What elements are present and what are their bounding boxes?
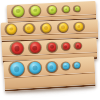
red-cylinder-knob-2 bbox=[29, 42, 40, 53]
yellow-cylinder-socket-4 bbox=[57, 21, 69, 32]
yellow-cylinder-knob-1 bbox=[6, 24, 16, 34]
green-cylinder-socket-2 bbox=[28, 4, 42, 17]
blue-cylinder-knob-2 bbox=[28, 62, 41, 75]
yellow-cylinder-socket-5 bbox=[73, 21, 85, 32]
blue-cylinder-socket-1 bbox=[8, 60, 26, 77]
yellow-cylinder-socket-3 bbox=[40, 22, 52, 33]
red-cylinder-socket-5 bbox=[73, 42, 82, 50]
red-cylinder-socket-3 bbox=[46, 41, 58, 52]
green-cylinder-socket-5 bbox=[73, 5, 81, 12]
yellow-cylinder-socket-2 bbox=[22, 22, 35, 34]
blue-cylinder-socket-2 bbox=[27, 60, 43, 75]
blue-cylinder-knob-5 bbox=[73, 62, 79, 68]
yellow-cylinder-knob-2 bbox=[24, 23, 34, 33]
red-cylinder-socket-1 bbox=[9, 41, 25, 56]
green-cylinder-knob-4 bbox=[63, 6, 69, 12]
green-cylinder-knob-2 bbox=[30, 5, 40, 15]
red-cylinder-knob-1 bbox=[11, 42, 23, 54]
red-cylinder-knob-5 bbox=[75, 43, 81, 49]
red-cylinder-socket-2 bbox=[28, 41, 43, 55]
blue-cylinder-knob-3 bbox=[47, 62, 57, 72]
blue-cylinder-socket-5 bbox=[72, 61, 81, 70]
green-cylinder-knob-5 bbox=[74, 6, 79, 11]
green-cylinder-knob-1 bbox=[12, 5, 23, 16]
red-cylinder-knob-4 bbox=[62, 43, 69, 50]
product-photo-montessori-cylinder-blocks bbox=[0, 0, 100, 100]
yellow-cylinder-knob-5 bbox=[74, 22, 83, 31]
green-cylinder-socket-3 bbox=[46, 4, 57, 14]
red-cylinder-knob-3 bbox=[47, 42, 56, 51]
blue-cylinder-socket-3 bbox=[45, 61, 58, 73]
green-cylinder-socket-4 bbox=[61, 5, 70, 13]
blue-cylinder-socket-4 bbox=[60, 61, 71, 71]
green-cylinder-knob-3 bbox=[48, 5, 56, 13]
green-cylinder-socket-1 bbox=[11, 4, 26, 18]
red-cylinder-socket-4 bbox=[61, 42, 71, 51]
yellow-cylinder-knob-4 bbox=[58, 22, 67, 31]
yellow-cylinder-socket-1 bbox=[4, 23, 17, 35]
blue-cylinder-knob-1 bbox=[9, 62, 24, 77]
blue-cylinder-knob-4 bbox=[62, 62, 69, 69]
cylinder-block-blue bbox=[3, 56, 96, 91]
yellow-cylinder-knob-3 bbox=[41, 23, 50, 32]
